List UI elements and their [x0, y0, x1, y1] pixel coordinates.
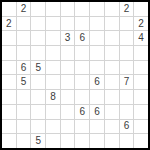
cell-r10c8[interactable]	[105, 134, 119, 148]
cell-r1c8[interactable]	[105, 2, 119, 16]
cell-r2c3[interactable]	[31, 17, 45, 31]
cell-r5c9[interactable]	[120, 61, 134, 75]
clue-number: 6	[124, 121, 130, 131]
cell-r6c8[interactable]	[105, 75, 119, 89]
cell-r4c6[interactable]	[75, 46, 89, 60]
clue-number: 8	[50, 92, 56, 102]
clue-number: 5	[35, 136, 41, 146]
cell-r3c8[interactable]	[105, 31, 119, 45]
clue-number: 7	[124, 77, 130, 87]
cell-r6c2: 5	[17, 75, 31, 89]
cell-r3c4[interactable]	[46, 31, 60, 45]
cell-r6c9: 7	[120, 75, 134, 89]
cell-r5c3: 5	[31, 61, 45, 75]
clue-number: 2	[21, 4, 27, 14]
cell-r5c6[interactable]	[75, 61, 89, 75]
cell-r9c3[interactable]	[31, 120, 45, 134]
cell-r9c1[interactable]	[2, 120, 16, 134]
cell-r2c10: 2	[134, 17, 148, 31]
cell-r9c4[interactable]	[46, 120, 60, 134]
cell-r3c5: 3	[61, 31, 75, 45]
cell-r1c6[interactable]	[75, 2, 89, 16]
cell-r10c6[interactable]	[75, 134, 89, 148]
cell-r5c10[interactable]	[134, 61, 148, 75]
cell-r4c4[interactable]	[46, 46, 60, 60]
cell-r1c5[interactable]	[61, 2, 75, 16]
cell-r5c4[interactable]	[46, 61, 60, 75]
cell-r1c4[interactable]	[46, 2, 60, 16]
cell-r2c9[interactable]	[120, 17, 134, 31]
cell-r1c9: 2	[120, 2, 134, 16]
cell-r4c7[interactable]	[90, 46, 104, 60]
cell-r8c1[interactable]	[2, 105, 16, 119]
clue-number: 6	[94, 77, 100, 87]
cell-r6c5[interactable]	[61, 75, 75, 89]
cell-r4c9[interactable]	[120, 46, 134, 60]
cell-r7c5[interactable]	[61, 90, 75, 104]
cell-r1c10[interactable]	[134, 2, 148, 16]
cell-r8c4[interactable]	[46, 105, 60, 119]
clue-number: 2	[124, 4, 130, 14]
cell-r4c3[interactable]	[31, 46, 45, 60]
cell-r10c3: 5	[31, 134, 45, 148]
cell-r5c1[interactable]	[2, 61, 16, 75]
cell-r3c10: 4	[134, 31, 148, 45]
clue-number: 2	[6, 19, 12, 29]
cell-r2c5[interactable]	[61, 17, 75, 31]
cell-r8c9[interactable]	[120, 105, 134, 119]
cell-r10c7[interactable]	[90, 134, 104, 148]
cell-r6c3[interactable]	[31, 75, 45, 89]
cell-r9c6[interactable]	[75, 120, 89, 134]
cell-r4c1[interactable]	[2, 46, 16, 60]
cell-r3c1[interactable]	[2, 31, 16, 45]
cell-r9c10[interactable]	[134, 120, 148, 134]
cell-r9c5[interactable]	[61, 120, 75, 134]
cell-r1c7[interactable]	[90, 2, 104, 16]
cell-r5c2: 6	[17, 61, 31, 75]
cell-r2c2[interactable]	[17, 17, 31, 31]
cell-r5c8[interactable]	[105, 61, 119, 75]
cell-r4c8[interactable]	[105, 46, 119, 60]
cell-r7c1[interactable]	[2, 90, 16, 104]
cell-r3c6: 6	[75, 31, 89, 45]
cell-r7c8[interactable]	[105, 90, 119, 104]
cell-r7c6[interactable]	[75, 90, 89, 104]
cell-r2c8[interactable]	[105, 17, 119, 31]
cell-r5c7[interactable]	[90, 61, 104, 75]
cell-r1c3[interactable]	[31, 2, 45, 16]
cell-r2c6[interactable]	[75, 17, 89, 31]
clue-number: 4	[138, 33, 144, 43]
clue-number: 6	[21, 63, 27, 73]
cell-r10c10[interactable]	[134, 134, 148, 148]
cell-r2c4[interactable]	[46, 17, 60, 31]
cell-r9c7[interactable]	[90, 120, 104, 134]
cell-r8c7: 6	[90, 105, 104, 119]
cell-r4c5[interactable]	[61, 46, 75, 60]
cell-r6c6[interactable]	[75, 75, 89, 89]
cell-r3c2[interactable]	[17, 31, 31, 45]
cell-r10c5[interactable]	[61, 134, 75, 148]
clue-number: 6	[80, 33, 86, 43]
cell-r1c2: 2	[17, 2, 31, 16]
cell-r7c3[interactable]	[31, 90, 45, 104]
cell-r8c8[interactable]	[105, 105, 119, 119]
cell-r10c2[interactable]	[17, 134, 31, 148]
cell-r4c2[interactable]	[17, 46, 31, 60]
cell-r7c10[interactable]	[134, 90, 148, 104]
cell-r8c3[interactable]	[31, 105, 45, 119]
clue-number: 6	[94, 107, 100, 117]
cell-r9c2[interactable]	[17, 120, 31, 134]
cell-r7c7[interactable]	[90, 90, 104, 104]
cell-r2c7[interactable]	[90, 17, 104, 31]
cell-r6c10[interactable]	[134, 75, 148, 89]
cell-r7c9[interactable]	[120, 90, 134, 104]
cell-r10c9[interactable]	[120, 134, 134, 148]
clue-number: 3	[65, 33, 71, 43]
cell-r8c10[interactable]	[134, 105, 148, 119]
cell-r5c5[interactable]	[61, 61, 75, 75]
cell-r7c4: 8	[46, 90, 60, 104]
cell-r6c1[interactable]	[2, 75, 16, 89]
cell-r9c8[interactable]	[105, 120, 119, 134]
cell-r10c1[interactable]	[2, 134, 16, 148]
cell-r4c10[interactable]	[134, 46, 148, 60]
clue-number: 5	[35, 63, 41, 73]
cell-r3c9[interactable]	[120, 31, 134, 45]
cell-r7c2[interactable]	[17, 90, 31, 104]
clue-number: 6	[80, 107, 86, 117]
cell-r6c4[interactable]	[46, 75, 60, 89]
cell-r8c2[interactable]	[17, 105, 31, 119]
puzzle-board: 22223646556786665	[0, 0, 150, 150]
clue-number: 2	[138, 19, 144, 29]
cell-r10c4[interactable]	[46, 134, 60, 148]
clue-number: 5	[21, 77, 27, 87]
cell-r9c9: 6	[120, 120, 134, 134]
cell-r1c1[interactable]	[2, 2, 16, 16]
cell-r8c5[interactable]	[61, 105, 75, 119]
cell-r6c7: 6	[90, 75, 104, 89]
cell-r3c7[interactable]	[90, 31, 104, 45]
cell-r3c3[interactable]	[31, 31, 45, 45]
cell-r2c1: 2	[2, 17, 16, 31]
cell-r8c6: 6	[75, 105, 89, 119]
